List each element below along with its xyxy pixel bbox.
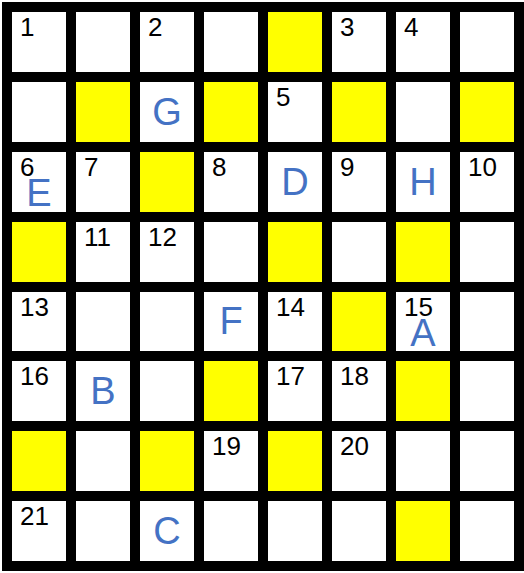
cell-r5c5[interactable]: 14 bbox=[268, 292, 322, 352]
clue-number-20: 20 bbox=[340, 431, 369, 461]
cell-r3c6[interactable]: 9 bbox=[332, 152, 386, 212]
cell-r2c5[interactable]: 5 bbox=[268, 82, 322, 142]
cell-r5c3[interactable] bbox=[140, 292, 194, 352]
cell-r6c3[interactable] bbox=[140, 361, 194, 421]
cell-r3c8[interactable]: 10 bbox=[460, 152, 514, 212]
cell-r2c1[interactable] bbox=[12, 82, 66, 142]
cell-r6c8[interactable] bbox=[460, 361, 514, 421]
cell-r4c1[interactable] bbox=[12, 222, 66, 282]
cell-r5c2[interactable] bbox=[76, 292, 130, 352]
cell-r1c6[interactable]: 3 bbox=[332, 12, 386, 72]
cell-r3c7[interactable]: H bbox=[396, 152, 450, 212]
clue-number-9: 9 bbox=[340, 152, 354, 182]
cell-r1c5[interactable] bbox=[268, 12, 322, 72]
cell-r6c2[interactable]: B bbox=[76, 361, 130, 421]
puzzle-board: 1234G56E78D9H10111213F1415A16B1718192021… bbox=[2, 2, 524, 571]
cell-r3c2[interactable]: 7 bbox=[76, 152, 130, 212]
cell-r6c7[interactable] bbox=[396, 361, 450, 421]
clue-number-10: 10 bbox=[468, 152, 497, 182]
letter-label-A: A bbox=[396, 314, 450, 352]
cell-r1c8[interactable] bbox=[460, 12, 514, 72]
cell-r8c7[interactable] bbox=[396, 501, 450, 561]
cell-r1c1[interactable]: 1 bbox=[12, 12, 66, 72]
cell-r2c3[interactable]: G bbox=[140, 82, 194, 142]
cell-r7c7[interactable] bbox=[396, 431, 450, 491]
cell-r7c4[interactable]: 19 bbox=[204, 431, 258, 491]
cell-r2c8[interactable] bbox=[460, 82, 514, 142]
letter-label-D: D bbox=[281, 163, 308, 201]
cell-r6c4[interactable] bbox=[204, 361, 258, 421]
cell-r3c3[interactable] bbox=[140, 152, 194, 212]
clue-number-12: 12 bbox=[148, 222, 177, 252]
clue-number-7: 7 bbox=[84, 152, 98, 182]
cell-r2c2[interactable] bbox=[76, 82, 130, 142]
clue-number-11: 11 bbox=[84, 222, 111, 252]
cell-r2c7[interactable] bbox=[396, 82, 450, 142]
cell-r4c3[interactable]: 12 bbox=[140, 222, 194, 282]
cell-r8c4[interactable] bbox=[204, 501, 258, 561]
cell-r1c4[interactable] bbox=[204, 12, 258, 72]
cell-r1c2[interactable] bbox=[76, 12, 130, 72]
letter-label-F: F bbox=[219, 302, 242, 340]
cell-r7c6[interactable]: 20 bbox=[332, 431, 386, 491]
clue-number-5: 5 bbox=[276, 82, 290, 112]
cell-r4c5[interactable] bbox=[268, 222, 322, 282]
clue-number-1: 1 bbox=[20, 12, 34, 42]
cell-r1c3[interactable]: 2 bbox=[140, 12, 194, 72]
cell-r7c1[interactable] bbox=[12, 431, 66, 491]
clue-number-17: 17 bbox=[276, 361, 305, 391]
cell-r8c3[interactable]: C bbox=[140, 501, 194, 561]
cell-r7c3[interactable] bbox=[140, 431, 194, 491]
cell-r8c1[interactable]: 21 bbox=[12, 501, 66, 561]
cell-r3c4[interactable]: 8 bbox=[204, 152, 258, 212]
cell-r7c5[interactable] bbox=[268, 431, 322, 491]
clue-number-21: 21 bbox=[20, 501, 49, 531]
clue-number-3: 3 bbox=[340, 12, 354, 42]
clue-number-14: 14 bbox=[276, 292, 305, 322]
clue-number-4: 4 bbox=[404, 12, 418, 42]
cell-r4c6[interactable] bbox=[332, 222, 386, 282]
clue-number-13: 13 bbox=[20, 292, 49, 322]
cell-r8c2[interactable] bbox=[76, 501, 130, 561]
cell-r2c6[interactable] bbox=[332, 82, 386, 142]
letter-label-C: C bbox=[153, 512, 180, 550]
clue-number-19: 19 bbox=[212, 431, 241, 461]
cell-r7c2[interactable] bbox=[76, 431, 130, 491]
cell-r1c7[interactable]: 4 bbox=[396, 12, 450, 72]
cell-r4c7[interactable] bbox=[396, 222, 450, 282]
clue-number-2: 2 bbox=[148, 12, 162, 42]
cell-r6c1[interactable]: 16 bbox=[12, 361, 66, 421]
cell-r2c4[interactable] bbox=[204, 82, 258, 142]
cell-r8c8[interactable] bbox=[460, 501, 514, 561]
clue-number-18: 18 bbox=[340, 361, 369, 391]
cell-r4c8[interactable] bbox=[460, 222, 514, 282]
cell-r5c4[interactable]: F bbox=[204, 292, 258, 352]
clue-number-16: 16 bbox=[20, 361, 49, 391]
puzzle-image: 1234G56E78D9H10111213F1415A16B1718192021… bbox=[0, 0, 524, 573]
cell-r5c8[interactable] bbox=[460, 292, 514, 352]
cell-r5c7[interactable]: 15A bbox=[396, 292, 450, 352]
cell-r8c6[interactable] bbox=[332, 501, 386, 561]
cell-r8c5[interactable] bbox=[268, 501, 322, 561]
cell-r4c2[interactable]: 11 bbox=[76, 222, 130, 282]
letter-label-G: G bbox=[152, 93, 182, 131]
cell-r3c5[interactable]: D bbox=[268, 152, 322, 212]
letter-label-E: E bbox=[12, 174, 66, 212]
cell-r5c1[interactable]: 13 bbox=[12, 292, 66, 352]
cell-r3c1[interactable]: 6E bbox=[12, 152, 66, 212]
cell-r6c6[interactable]: 18 bbox=[332, 361, 386, 421]
letter-label-H: H bbox=[409, 163, 436, 201]
cell-r5c6[interactable] bbox=[332, 292, 386, 352]
letter-label-B: B bbox=[90, 372, 115, 410]
clue-number-8: 8 bbox=[212, 152, 226, 182]
cell-r7c8[interactable] bbox=[460, 431, 514, 491]
cell-r4c4[interactable] bbox=[204, 222, 258, 282]
cell-r6c5[interactable]: 17 bbox=[268, 361, 322, 421]
